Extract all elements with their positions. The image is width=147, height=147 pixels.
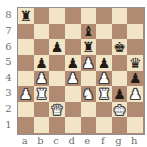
square-h8[interactable] [127,8,143,24]
square-d7[interactable] [65,24,81,40]
square-h7[interactable] [127,24,143,40]
square-a1[interactable] [18,117,34,133]
square-c1[interactable] [49,117,65,133]
square-c4[interactable] [49,71,65,87]
chess-diagram: 87654321 ♜♝♟♜♚♟♟♟♟♛♟♟♟♟♟♜♞♜♟♟♛♚ abcdefgh [0,0,147,147]
square-g7[interactable] [112,24,128,40]
square-g8[interactable] [112,8,128,24]
file-label-g: g [111,134,127,147]
square-g6[interactable]: ♚ [112,39,128,55]
white-queen-c2[interactable]: ♛ [51,103,64,117]
board-frame: ♜♝♟♜♚♟♟♟♟♛♟♟♟♟♟♜♞♜♟♟♛♚ [17,7,145,135]
square-b7[interactable] [34,24,50,40]
square-e2[interactable] [81,102,97,118]
square-g3[interactable]: ♟ [112,86,128,102]
square-a6[interactable] [18,39,34,55]
square-e4[interactable] [81,71,97,87]
black-rook-a8[interactable]: ♜ [20,9,33,23]
rank-label-7: 7 [0,23,17,39]
square-e1[interactable] [81,117,97,133]
square-h3[interactable]: ♟ [127,86,143,102]
square-c8[interactable] [49,8,65,24]
rank-label-6: 6 [0,38,17,54]
square-f5[interactable]: ♟ [96,55,112,71]
white-rook-f3[interactable]: ♜ [98,87,111,101]
white-pawn-a3[interactable]: ♟ [20,87,33,101]
file-label-a: a [17,134,33,147]
black-pawn-b5[interactable]: ♟ [35,56,48,70]
square-b4[interactable]: ♟ [34,71,50,87]
black-pawn-f5[interactable]: ♟ [98,56,111,70]
white-pawn-f4[interactable]: ♟ [98,71,111,85]
black-pawn-h4[interactable]: ♟ [129,71,142,85]
white-pawn-b4[interactable]: ♟ [35,71,48,85]
square-g5[interactable] [112,55,128,71]
file-label-e: e [80,134,96,147]
square-d2[interactable] [65,102,81,118]
square-g1[interactable] [112,117,128,133]
rank-label-5: 5 [0,54,17,70]
square-h1[interactable] [127,117,143,133]
square-a2[interactable] [18,102,34,118]
square-b1[interactable] [34,117,50,133]
square-e8[interactable] [81,8,97,24]
square-d8[interactable] [65,8,81,24]
square-b2[interactable] [34,102,50,118]
white-rook-b3[interactable]: ♜ [35,87,48,101]
square-b8[interactable] [34,8,50,24]
rank-label-3: 3 [0,85,17,101]
square-f1[interactable] [96,117,112,133]
file-label-c: c [48,134,64,147]
square-h6[interactable] [127,39,143,55]
square-c2[interactable]: ♛ [49,102,65,118]
chess-board: ♜♝♟♜♚♟♟♟♟♛♟♟♟♟♟♜♞♜♟♟♛♚ [18,8,143,133]
square-d6[interactable] [65,39,81,55]
square-f4[interactable]: ♟ [96,71,112,87]
square-b6[interactable] [34,39,50,55]
black-queen-h5[interactable]: ♛ [129,56,142,70]
square-a3[interactable]: ♟ [18,86,34,102]
rank-label-4: 4 [0,70,17,86]
square-d4[interactable]: ♟ [65,71,81,87]
white-pawn-e5[interactable]: ♟ [82,56,95,70]
rank-labels: 87654321 [0,7,17,132]
square-h5[interactable]: ♛ [127,55,143,71]
black-rook-e6[interactable]: ♜ [82,40,95,54]
square-a5[interactable] [18,55,34,71]
square-c5[interactable] [49,55,65,71]
rank-label-2: 2 [0,101,17,117]
square-g2[interactable]: ♚ [112,102,128,118]
file-labels: abcdefgh [17,134,142,147]
square-a8[interactable]: ♜ [18,8,34,24]
file-label-f: f [95,134,111,147]
file-label-h: h [126,134,142,147]
black-bishop-e7[interactable]: ♝ [82,24,95,38]
square-c6[interactable]: ♟ [49,39,65,55]
black-pawn-g3[interactable]: ♟ [113,87,126,101]
white-king-g2[interactable]: ♚ [113,103,126,117]
white-knight-e3[interactable]: ♞ [82,87,95,101]
square-f8[interactable] [96,8,112,24]
square-a4[interactable] [18,71,34,87]
black-pawn-c6[interactable]: ♟ [51,40,64,54]
square-a7[interactable] [18,24,34,40]
square-e7[interactable]: ♝ [81,24,97,40]
square-b3[interactable]: ♜ [34,86,50,102]
square-b5[interactable]: ♟ [34,55,50,71]
square-c3[interactable] [49,86,65,102]
square-e6[interactable]: ♜ [81,39,97,55]
square-c7[interactable] [49,24,65,40]
file-label-d: d [64,134,80,147]
square-d3[interactable] [65,86,81,102]
rank-label-8: 8 [0,7,17,23]
white-pawn-d4[interactable]: ♟ [66,71,79,85]
file-label-b: b [33,134,49,147]
square-f6[interactable] [96,39,112,55]
square-h2[interactable] [127,102,143,118]
black-pawn-d5[interactable]: ♟ [66,56,79,70]
white-pawn-h3[interactable]: ♟ [129,87,142,101]
square-f2[interactable] [96,102,112,118]
black-king-g6[interactable]: ♚ [113,40,126,54]
rank-label-1: 1 [0,116,17,132]
square-e3[interactable]: ♞ [81,86,97,102]
square-d5[interactable]: ♟ [65,55,81,71]
square-f3[interactable]: ♜ [96,86,112,102]
square-g4[interactable] [112,71,128,87]
square-h4[interactable]: ♟ [127,71,143,87]
square-f7[interactable] [96,24,112,40]
square-e5[interactable]: ♟ [81,55,97,71]
square-d1[interactable] [65,117,81,133]
